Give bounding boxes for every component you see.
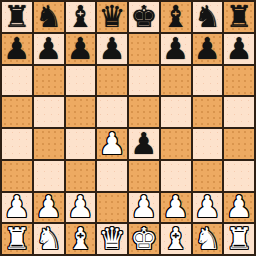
black-knight-icon[interactable]: ♞ xyxy=(194,2,221,32)
square-e3[interactable] xyxy=(129,161,159,191)
white-rook-icon[interactable]: ♜ xyxy=(3,224,30,254)
white-knight-icon[interactable]: ♞ xyxy=(194,224,221,254)
square-a7[interactable]: ♟ xyxy=(2,34,32,64)
square-b2[interactable]: ♟ xyxy=(34,193,64,223)
square-d2[interactable] xyxy=(97,193,127,223)
black-bishop-icon[interactable]: ♝ xyxy=(162,2,189,32)
square-e6[interactable] xyxy=(129,66,159,96)
square-d8[interactable]: ♛ xyxy=(97,2,127,32)
white-rook-icon[interactable]: ♜ xyxy=(226,224,253,254)
square-d7[interactable]: ♟ xyxy=(97,34,127,64)
square-f5[interactable] xyxy=(161,97,191,127)
black-pawn-icon[interactable]: ♟ xyxy=(99,34,126,64)
black-pawn-icon[interactable]: ♟ xyxy=(162,34,189,64)
square-a1[interactable]: ♜ xyxy=(2,224,32,254)
square-c5[interactable] xyxy=(66,97,96,127)
square-g4[interactable] xyxy=(193,129,223,159)
black-rook-icon[interactable]: ♜ xyxy=(226,2,253,32)
square-c8[interactable]: ♝ xyxy=(66,2,96,32)
black-pawn-icon[interactable]: ♟ xyxy=(3,34,30,64)
square-h2[interactable]: ♟ xyxy=(224,193,254,223)
black-rook-icon[interactable]: ♜ xyxy=(3,2,30,32)
square-f8[interactable]: ♝ xyxy=(161,2,191,32)
black-pawn-icon[interactable]: ♟ xyxy=(130,129,157,159)
square-e1[interactable]: ♚ xyxy=(129,224,159,254)
white-bishop-icon[interactable]: ♝ xyxy=(67,224,94,254)
square-b4[interactable] xyxy=(34,129,64,159)
square-b7[interactable]: ♟ xyxy=(34,34,64,64)
square-c6[interactable] xyxy=(66,66,96,96)
square-d3[interactable] xyxy=(97,161,127,191)
square-f7[interactable]: ♟ xyxy=(161,34,191,64)
black-pawn-icon[interactable]: ♟ xyxy=(35,34,62,64)
square-g8[interactable]: ♞ xyxy=(193,2,223,32)
square-h6[interactable] xyxy=(224,66,254,96)
square-g3[interactable] xyxy=(193,161,223,191)
square-g5[interactable] xyxy=(193,97,223,127)
chess-board: ♜♞♝♛♚♝♞♜♟♟♟♟♟♟♟♟♟♟♟♟♟♟♟♟♜♞♝♛♚♝♞♜ xyxy=(0,0,256,256)
square-c2[interactable]: ♟ xyxy=(66,193,96,223)
square-c1[interactable]: ♝ xyxy=(66,224,96,254)
square-a4[interactable] xyxy=(2,129,32,159)
black-queen-icon[interactable]: ♛ xyxy=(99,2,126,32)
square-a8[interactable]: ♜ xyxy=(2,2,32,32)
square-e7[interactable] xyxy=(129,34,159,64)
white-pawn-icon[interactable]: ♟ xyxy=(99,129,126,159)
white-pawn-icon[interactable]: ♟ xyxy=(35,193,62,223)
square-e4[interactable]: ♟ xyxy=(129,129,159,159)
square-b5[interactable] xyxy=(34,97,64,127)
white-king-icon[interactable]: ♚ xyxy=(130,224,157,254)
black-knight-icon[interactable]: ♞ xyxy=(35,2,62,32)
square-a2[interactable]: ♟ xyxy=(2,193,32,223)
black-king-icon[interactable]: ♚ xyxy=(130,2,157,32)
square-e2[interactable]: ♟ xyxy=(129,193,159,223)
black-bishop-icon[interactable]: ♝ xyxy=(67,2,94,32)
square-f6[interactable] xyxy=(161,66,191,96)
square-c4[interactable] xyxy=(66,129,96,159)
square-e8[interactable]: ♚ xyxy=(129,2,159,32)
square-h4[interactable] xyxy=(224,129,254,159)
square-a5[interactable] xyxy=(2,97,32,127)
black-pawn-icon[interactable]: ♟ xyxy=(194,34,221,64)
black-pawn-icon[interactable]: ♟ xyxy=(67,34,94,64)
square-b8[interactable]: ♞ xyxy=(34,2,64,32)
square-g2[interactable]: ♟ xyxy=(193,193,223,223)
white-pawn-icon[interactable]: ♟ xyxy=(3,193,30,223)
white-queen-icon[interactable]: ♛ xyxy=(99,224,126,254)
square-f3[interactable] xyxy=(161,161,191,191)
square-d4[interactable]: ♟ xyxy=(97,129,127,159)
white-knight-icon[interactable]: ♞ xyxy=(35,224,62,254)
square-a3[interactable] xyxy=(2,161,32,191)
white-pawn-icon[interactable]: ♟ xyxy=(67,193,94,223)
square-g1[interactable]: ♞ xyxy=(193,224,223,254)
square-h5[interactable] xyxy=(224,97,254,127)
square-d1[interactable]: ♛ xyxy=(97,224,127,254)
square-h3[interactable] xyxy=(224,161,254,191)
square-a6[interactable] xyxy=(2,66,32,96)
white-pawn-icon[interactable]: ♟ xyxy=(226,193,253,223)
square-c3[interactable] xyxy=(66,161,96,191)
square-h8[interactable]: ♜ xyxy=(224,2,254,32)
square-d6[interactable] xyxy=(97,66,127,96)
square-g7[interactable]: ♟ xyxy=(193,34,223,64)
square-c7[interactable]: ♟ xyxy=(66,34,96,64)
square-b3[interactable] xyxy=(34,161,64,191)
square-e5[interactable] xyxy=(129,97,159,127)
white-pawn-icon[interactable]: ♟ xyxy=(194,193,221,223)
square-b1[interactable]: ♞ xyxy=(34,224,64,254)
square-h1[interactable]: ♜ xyxy=(224,224,254,254)
white-bishop-icon[interactable]: ♝ xyxy=(162,224,189,254)
square-h7[interactable]: ♟ xyxy=(224,34,254,64)
square-f2[interactable]: ♟ xyxy=(161,193,191,223)
square-d5[interactable] xyxy=(97,97,127,127)
square-b6[interactable] xyxy=(34,66,64,96)
black-pawn-icon[interactable]: ♟ xyxy=(226,34,253,64)
square-g6[interactable] xyxy=(193,66,223,96)
square-f4[interactable] xyxy=(161,129,191,159)
square-f1[interactable]: ♝ xyxy=(161,224,191,254)
white-pawn-icon[interactable]: ♟ xyxy=(162,193,189,223)
white-pawn-icon[interactable]: ♟ xyxy=(130,193,157,223)
